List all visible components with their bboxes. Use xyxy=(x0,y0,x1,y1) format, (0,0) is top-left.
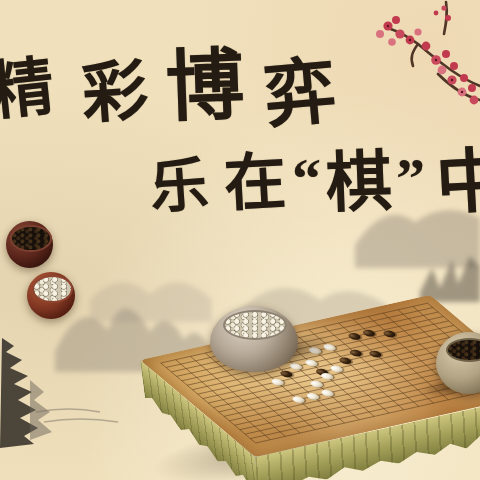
stone-bowl-white-on-board xyxy=(210,306,298,372)
go-poster: 精 彩 博 弈 乐 在 “ 棋 ” 中 xyxy=(0,0,480,480)
stone-bowl-white-left xyxy=(27,272,75,319)
white-stones-heap xyxy=(223,310,287,340)
open-quote: “ xyxy=(292,150,321,208)
white-stones-heap xyxy=(32,275,73,303)
close-quote: ” xyxy=(396,150,425,208)
stone-bowl-black-on-board xyxy=(436,332,480,394)
black-stones-heap xyxy=(10,225,52,252)
stone-bowl-black-left xyxy=(6,221,53,268)
title-char: 中 xyxy=(434,146,480,220)
title-char: 乐 xyxy=(148,156,210,218)
title-char: 棋 xyxy=(325,149,393,217)
title-char: 在 xyxy=(222,150,287,215)
